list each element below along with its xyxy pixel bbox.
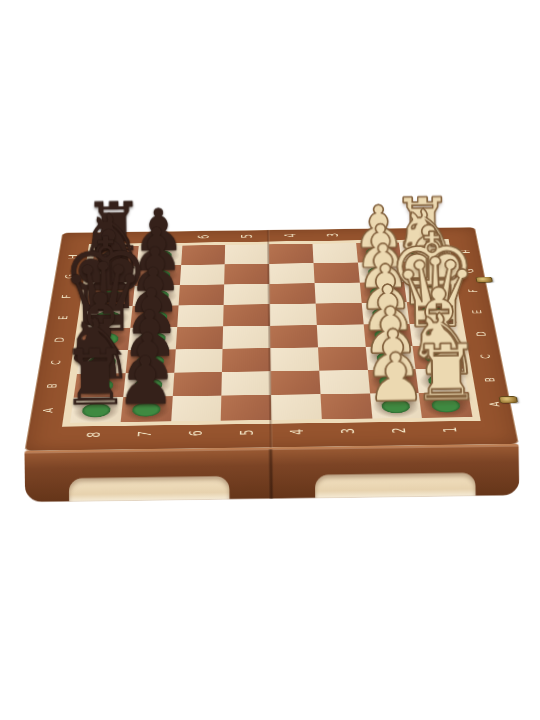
product-photo-scene: 87654321 87654321 HGFEDCBA HGFEDCBA ♜♟♟♜… [0,0,540,720]
black-rook-glyph: ♜ [31,338,161,417]
square-f4 [269,283,315,304]
square-h4 [269,244,313,264]
chess-board: 87654321 87654321 HGFEDCBA HGFEDCBA ♜♟♟♜… [24,227,519,451]
square-e5 [223,304,270,326]
square-g4 [269,263,314,284]
white-rook-glyph: ♜ [381,333,511,412]
square-e4 [270,304,317,326]
square-h3 [312,243,357,263]
fold-seam-side [268,449,273,498]
board-side [24,444,519,503]
square-h5 [225,244,269,264]
board-side-face [24,444,519,503]
square-f5 [224,284,270,305]
rank-label-3: 3 [312,229,356,240]
rank-label-7: 7 [139,232,183,243]
rank-label-6: 6 [182,231,226,242]
rank-label-4: 4 [269,230,312,241]
rank-label-5: 5 [225,230,268,241]
handle-notch [315,473,476,498]
square-h6 [181,245,226,265]
square-g5 [224,264,269,285]
handle-notch [69,476,230,501]
